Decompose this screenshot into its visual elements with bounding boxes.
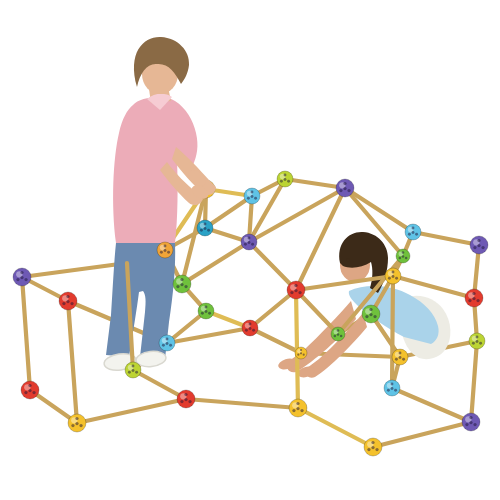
fort-stick — [77, 399, 186, 423]
fort-ball-yellowgreen — [469, 333, 485, 349]
fort-ball-purple — [462, 413, 480, 431]
boy-figure — [103, 37, 216, 372]
fort-ball-yellow — [295, 347, 307, 359]
fort-ball-yellow — [392, 349, 408, 365]
fort-ball-yellow — [68, 414, 86, 432]
fort-stick — [22, 263, 127, 277]
fort-ball-red — [242, 320, 258, 336]
fort-ball-green — [331, 327, 345, 341]
fort-stick — [186, 399, 298, 408]
fort-ball-red — [59, 292, 77, 310]
fort-ball-green — [173, 275, 191, 293]
fort-ball-orange — [157, 242, 173, 258]
fort-ball-purple — [241, 234, 257, 250]
fort-ball-lightblue — [244, 188, 260, 204]
fort-ball-red — [177, 390, 195, 408]
fort-stick — [373, 422, 471, 447]
fort-scene-svg — [0, 0, 500, 500]
fort-ball-yellowgreen — [125, 362, 141, 378]
fort-ball-green — [362, 305, 380, 323]
fort-stick — [471, 341, 477, 422]
fort-stick — [22, 277, 30, 390]
fort-ball-yellow — [385, 268, 401, 284]
fort-stick — [392, 388, 471, 422]
fort-scene-image — [0, 0, 500, 500]
fort-ball-lightblue — [159, 335, 175, 351]
fort-ball-red — [465, 289, 483, 307]
fort-ball-purple — [13, 268, 31, 286]
fort-ball-green — [198, 303, 214, 319]
fort-ball-red — [287, 281, 305, 299]
fort-stick — [392, 276, 393, 388]
girl-eye — [347, 259, 350, 262]
fort-stick — [298, 408, 373, 447]
fort-ball-lightblue — [405, 224, 421, 240]
fort-ball-red — [21, 381, 39, 399]
fort-stick — [249, 242, 296, 290]
fort-ball-purple — [336, 179, 354, 197]
fort-stick — [205, 196, 252, 228]
fort-ball-purple — [470, 236, 488, 254]
fort-stick — [68, 301, 77, 423]
fort-ball-yellowgreen — [277, 171, 293, 187]
fort-ball-yellow — [364, 438, 382, 456]
fort-ball-yellow — [289, 399, 307, 417]
fort-stick — [413, 232, 479, 245]
fort-ball-lightblue — [384, 380, 400, 396]
fort-stick — [250, 328, 301, 353]
fort-ball-teal — [197, 220, 213, 236]
fort-ball-green — [396, 249, 410, 263]
